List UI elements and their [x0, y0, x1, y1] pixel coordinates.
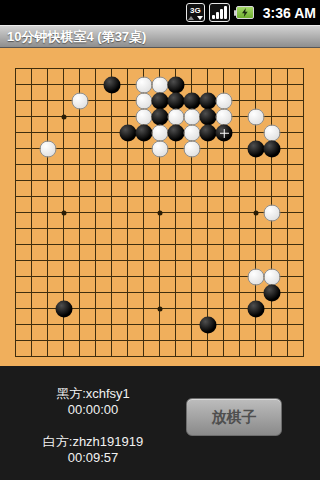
charging-bolt-icon	[241, 8, 249, 17]
battery-icon	[234, 6, 256, 19]
black-stone	[168, 125, 185, 142]
white-stone	[248, 269, 265, 286]
black-stone	[56, 301, 73, 318]
white-player-block: 白方:zhzh191919 00:09:57	[0, 434, 186, 466]
black-stone	[200, 125, 217, 142]
black-stone	[184, 93, 201, 110]
black-stone	[248, 301, 265, 318]
white-player-timer: 00:09:57	[0, 450, 186, 466]
black-stone	[200, 93, 217, 110]
white-stone	[40, 141, 57, 158]
white-stone	[264, 269, 281, 286]
star-point	[62, 211, 67, 216]
white-stone	[216, 93, 233, 110]
clock-text: 3:36 AM	[263, 5, 316, 21]
black-player-timer: 00:00:00	[0, 402, 186, 418]
star-point	[158, 211, 163, 216]
white-stone	[216, 109, 233, 126]
white-stone	[152, 141, 169, 158]
star-point	[158, 307, 163, 312]
player-panel: 黑方:xchfsy1 00:00:00 白方:zhzh191919 00:09:…	[0, 366, 320, 480]
black-stone	[168, 93, 185, 110]
black-stone	[152, 109, 169, 126]
page-title: 10分钟快棋室4 (第37桌)	[0, 28, 146, 46]
black-stone	[104, 77, 121, 94]
place-stone-button[interactable]: 放棋子	[186, 398, 282, 436]
signal-icon	[209, 3, 230, 22]
data-arrows-icon	[188, 16, 203, 20]
board-grid	[15, 68, 304, 357]
black-player-label: 黑方:xchfsy1	[0, 386, 186, 402]
black-stone	[216, 125, 233, 142]
black-stone	[200, 109, 217, 126]
white-stone	[168, 109, 185, 126]
white-player-label: 白方:zhzh191919	[0, 434, 186, 450]
white-stone	[184, 125, 201, 142]
black-stone	[152, 93, 169, 110]
white-stone	[136, 77, 153, 94]
black-stone	[200, 317, 217, 334]
black-stone	[136, 125, 153, 142]
black-stone	[120, 125, 137, 142]
title-bar: 10分钟快棋室4 (第37桌)	[0, 25, 320, 48]
3g-data-icon: 3G	[186, 3, 205, 22]
white-stone	[72, 93, 89, 110]
white-stone	[152, 77, 169, 94]
status-bar: 3G 3:36 AM	[0, 0, 320, 25]
white-stone	[184, 141, 201, 158]
star-point	[254, 211, 259, 216]
white-stone	[184, 109, 201, 126]
white-stone	[264, 205, 281, 222]
white-stone	[248, 109, 265, 126]
go-board[interactable]	[0, 48, 320, 366]
black-stone	[264, 141, 281, 158]
black-stone	[248, 141, 265, 158]
player-info-column: 黑方:xchfsy1 00:00:00 白方:zhzh191919 00:09:…	[0, 366, 186, 480]
black-player-block: 黑方:xchfsy1 00:00:00	[0, 386, 186, 418]
white-stone	[136, 93, 153, 110]
black-stone	[168, 77, 185, 94]
black-stone	[264, 285, 281, 302]
white-stone	[136, 109, 153, 126]
white-stone	[152, 125, 169, 142]
star-point	[62, 115, 67, 120]
3g-label: 3G	[190, 6, 201, 15]
white-stone	[264, 125, 281, 142]
